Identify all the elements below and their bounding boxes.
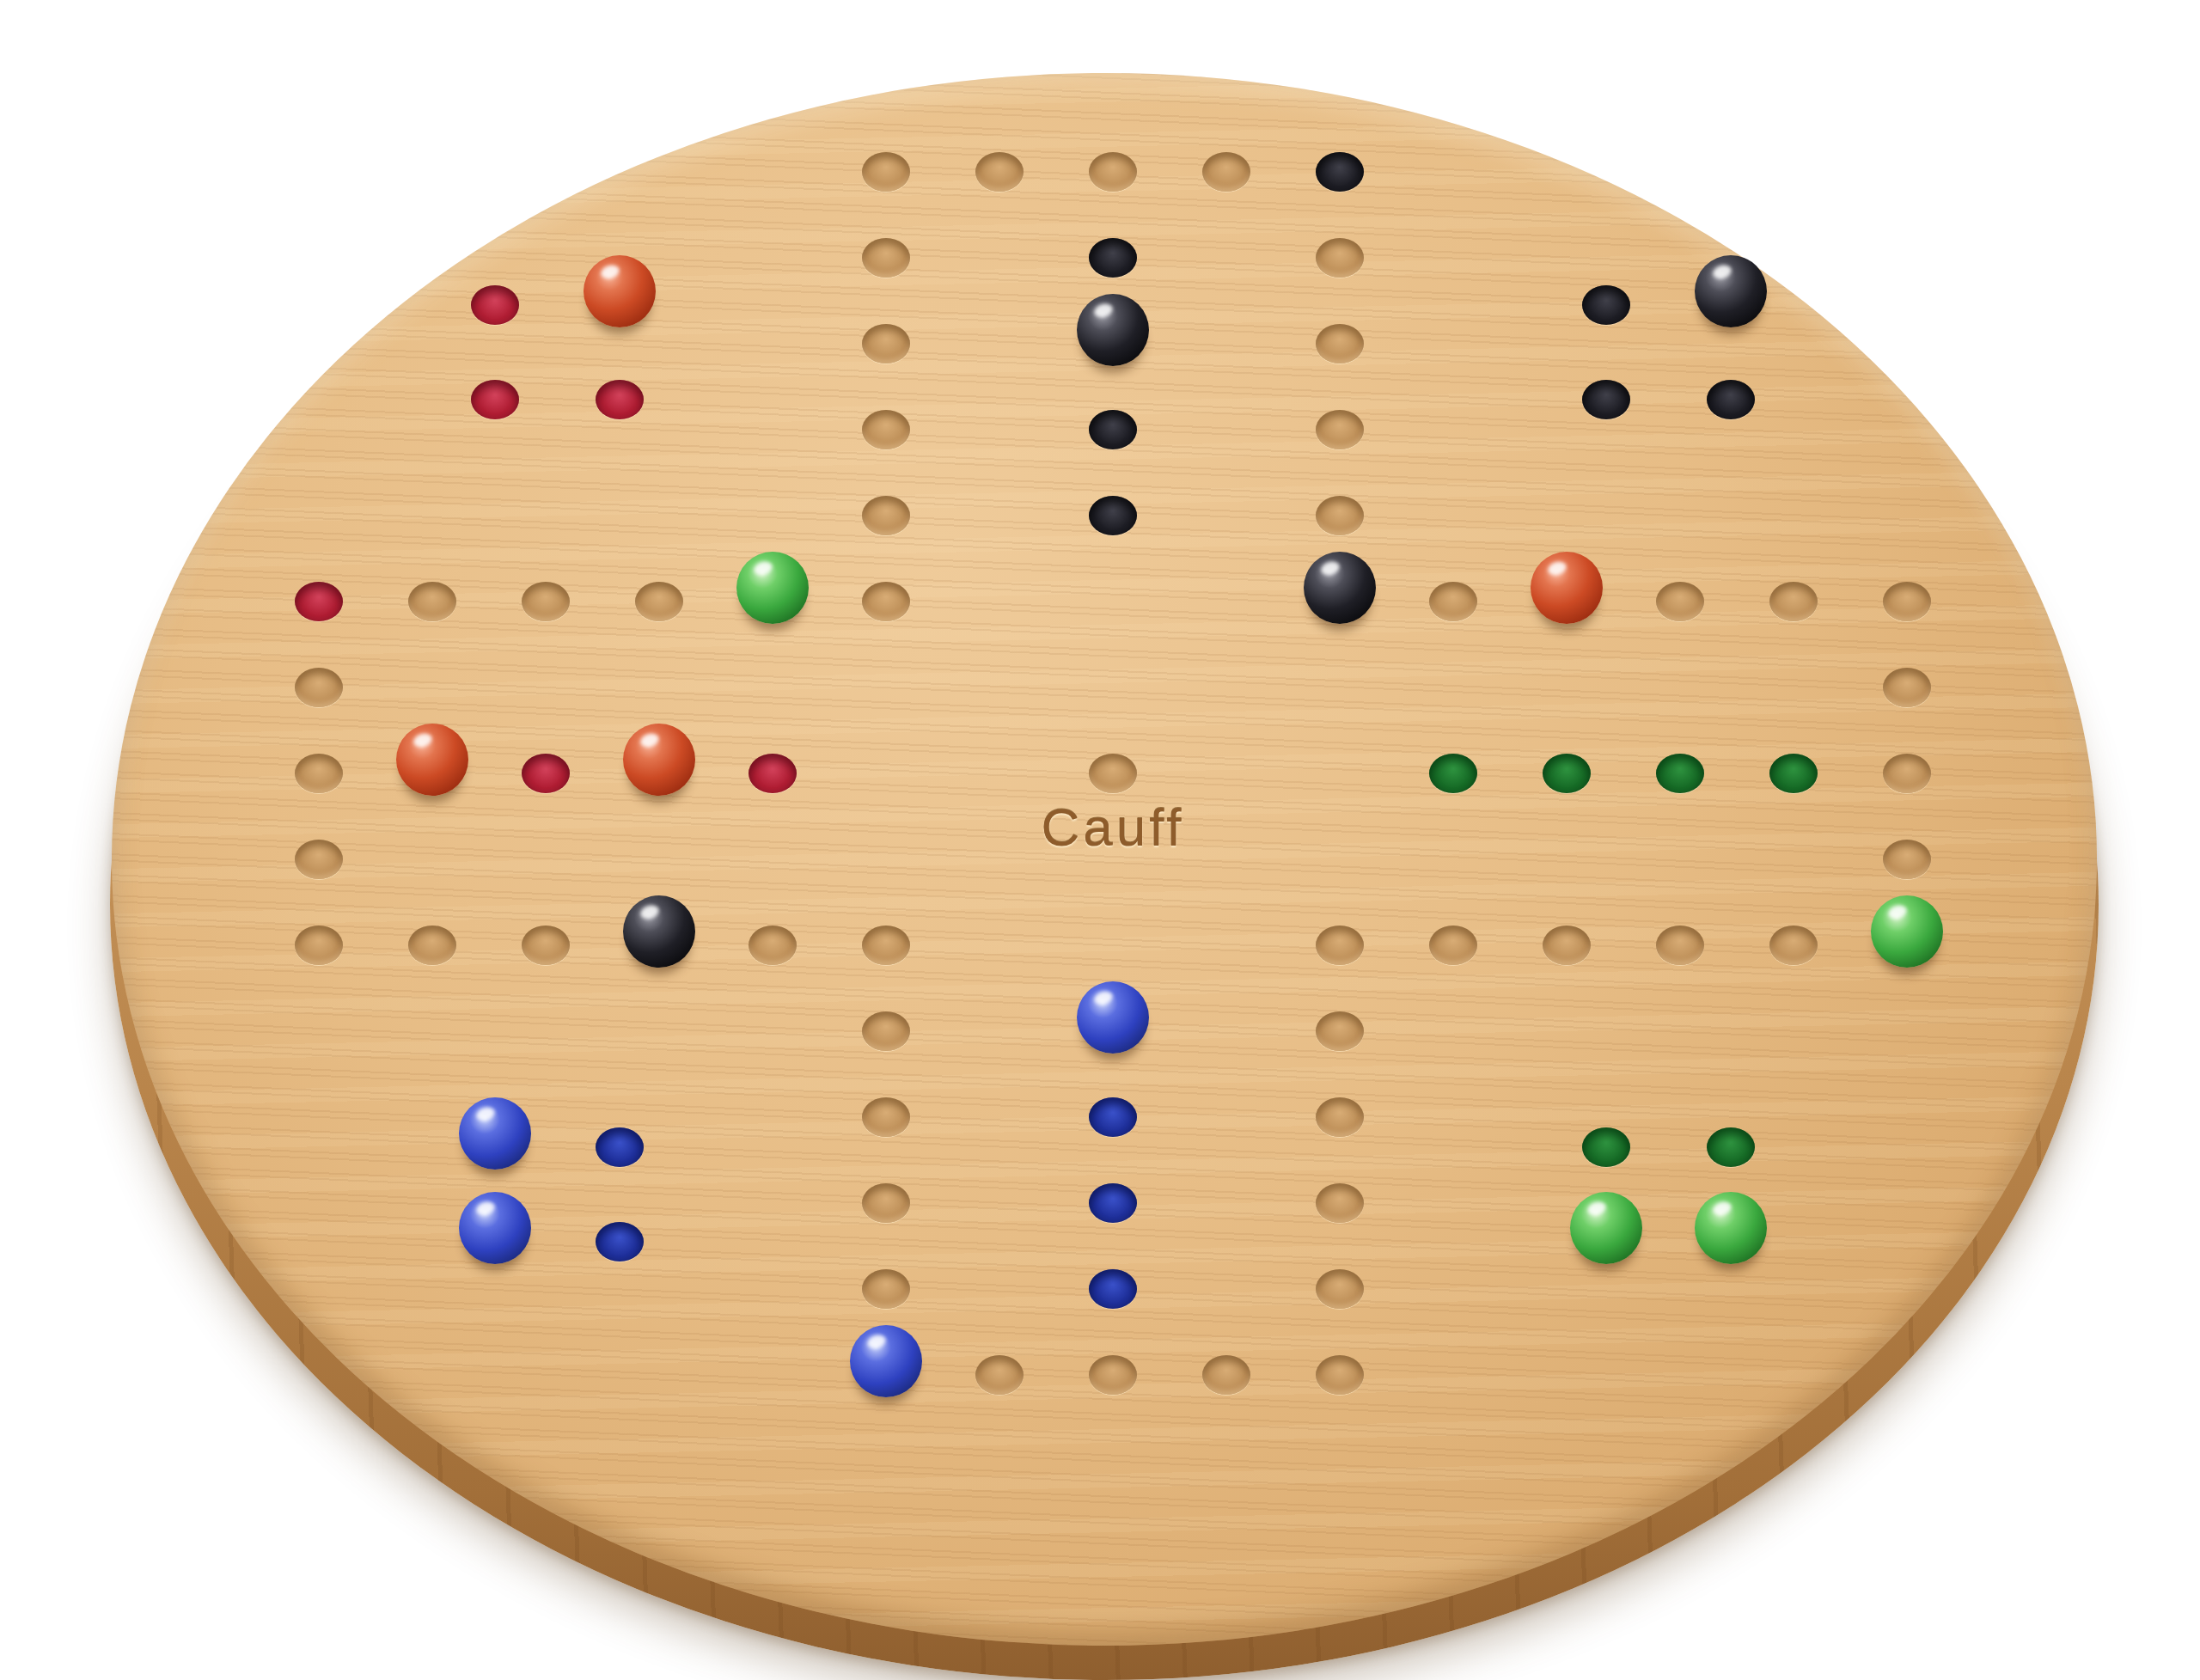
track-e-bottom-row-hole(3,2)[interactable] bbox=[1429, 926, 1477, 965]
green-marble[interactable] bbox=[1871, 895, 1943, 968]
track-e-arc-hole(7,0)[interactable] bbox=[1883, 754, 1931, 793]
start-black-hole(4.35,-4.35)-painted-black[interactable] bbox=[1582, 380, 1630, 419]
track-e-bottom-row-hole(4,2)[interactable] bbox=[1543, 926, 1591, 965]
home-blue-hole(0,5)-painted-blue[interactable] bbox=[1089, 1183, 1137, 1223]
track-inner-corner-sw-hole(-2,2)[interactable] bbox=[862, 926, 910, 965]
track-e-bottom-row-hole(6,2)[interactable] bbox=[1769, 926, 1818, 965]
blue-marble[interactable] bbox=[459, 1097, 531, 1170]
track-e-top-row-hole(5,-2)[interactable] bbox=[1656, 582, 1704, 621]
track-n-arc-hole(0,-7)[interactable] bbox=[1089, 152, 1137, 192]
track-w-top-row-hole(-4,-2)[interactable] bbox=[635, 582, 683, 621]
center-hole(0,0)[interactable] bbox=[1089, 754, 1137, 793]
home-black-hole(0,-4)-painted-black[interactable] bbox=[1089, 410, 1137, 449]
track-e-top-row-hole(3,-2)[interactable] bbox=[1429, 582, 1477, 621]
green-marble[interactable] bbox=[736, 552, 809, 624]
track-s-right-leg-hole(2,3)[interactable] bbox=[1316, 1011, 1364, 1051]
track-s-left-leg-hole(-2,5)[interactable] bbox=[862, 1183, 910, 1223]
track-w-top-row-hole(-6,-2)[interactable] bbox=[408, 582, 456, 621]
track-s-arc-hole(2,7)[interactable] bbox=[1316, 1355, 1364, 1395]
track-s-left-leg-hole(-2,4)[interactable] bbox=[862, 1097, 910, 1137]
track-n-left-leg-hole(-2,-4)[interactable] bbox=[862, 410, 910, 449]
start-black-hole(5.45,-4.35)-painted-black[interactable] bbox=[1707, 380, 1755, 419]
track-w-bottom-row-hole(-5,2)[interactable] bbox=[522, 926, 570, 965]
home-green-hole(6,0)-painted-green[interactable] bbox=[1769, 754, 1818, 793]
track-w-arc-hole(-7,1)[interactable] bbox=[295, 840, 343, 879]
start-green-hole(4.35,4.35)-painted-green[interactable] bbox=[1582, 1127, 1630, 1167]
track-s-right-leg-hole(2,6)[interactable] bbox=[1316, 1269, 1364, 1309]
start-red-hole(-4.35,-4.35)-painted-red[interactable] bbox=[596, 380, 644, 419]
track-e-arc-hole(7,-2)[interactable] bbox=[1883, 582, 1931, 621]
black-marble[interactable] bbox=[1304, 552, 1376, 624]
brand-engraving: Cauff bbox=[1041, 797, 1184, 858]
blue-marble[interactable] bbox=[850, 1325, 922, 1397]
home-black-hole(0,-6)-painted-black[interactable] bbox=[1089, 238, 1137, 278]
green-marble[interactable] bbox=[1570, 1192, 1642, 1264]
track-w-arc-hole(-7,-1)[interactable] bbox=[295, 668, 343, 707]
track-n-left-leg-hole(-2,-5)[interactable] bbox=[862, 324, 910, 363]
track-w-bottom-row-hole(-6,2)[interactable] bbox=[408, 926, 456, 965]
track-s-arc-hole(0,7)[interactable] bbox=[1089, 1355, 1137, 1395]
start-blue-hole(-4.35,5.45)-painted-blue[interactable] bbox=[596, 1222, 644, 1262]
start-blue-hole(-4.35,4.35)-painted-blue[interactable] bbox=[596, 1127, 644, 1167]
track-s-arc-hole(1,7)[interactable] bbox=[1202, 1355, 1250, 1395]
home-red-hole(-5,0)-painted-red[interactable] bbox=[522, 754, 570, 793]
track-w-arc-hole(-7,0)[interactable] bbox=[295, 754, 343, 793]
start-red-hole(-5.45,-4.35)-painted-red[interactable] bbox=[471, 380, 519, 419]
blue-marble[interactable] bbox=[1077, 981, 1149, 1054]
start-black-hole(4.35,-5.45)-painted-black[interactable] bbox=[1582, 285, 1630, 325]
track-w-arc-hole(-7,2)[interactable] bbox=[295, 926, 343, 965]
track-s-arc-hole(-1,7)[interactable] bbox=[975, 1355, 1024, 1395]
track-n-right-leg-hole(2,-4)[interactable] bbox=[1316, 410, 1364, 449]
track-inner-corner-se-hole(2,2)[interactable] bbox=[1316, 926, 1364, 965]
black-marble[interactable] bbox=[623, 895, 695, 968]
track-n-right-leg-hole(2,-5)[interactable] bbox=[1316, 324, 1364, 363]
board-photo: Cauff bbox=[0, 0, 2200, 1680]
track-s-left-leg-hole(-2,3)[interactable] bbox=[862, 1011, 910, 1051]
track-n-right-leg-hole(2,-6)[interactable] bbox=[1316, 238, 1364, 278]
red-marble[interactable] bbox=[623, 724, 695, 796]
home-green-hole(4,0)-painted-green[interactable] bbox=[1543, 754, 1591, 793]
home-blue-hole(0,4)-painted-blue[interactable] bbox=[1089, 1097, 1137, 1137]
track-n-arc-hole(-1,-7)[interactable] bbox=[975, 152, 1024, 192]
black-marble[interactable] bbox=[1695, 255, 1767, 327]
start-red-hole(-5.45,-5.45)-painted-red[interactable] bbox=[471, 285, 519, 325]
track-e-bottom-row-hole(5,2)[interactable] bbox=[1656, 926, 1704, 965]
track-e-arc-hole(7,1)[interactable] bbox=[1883, 840, 1931, 879]
track-n-left-leg-hole(-2,-6)[interactable] bbox=[862, 238, 910, 278]
home-green-hole(3,0)-painted-green[interactable] bbox=[1429, 754, 1477, 793]
track-w-bottom-row-hole(-3,2)[interactable] bbox=[749, 926, 797, 965]
track-w-top-row-hole(-5,-2)[interactable] bbox=[522, 582, 570, 621]
red-marble[interactable] bbox=[1531, 552, 1603, 624]
track-inner-corner-nw-hole(-2,-2)[interactable] bbox=[862, 582, 910, 621]
black-marble[interactable] bbox=[1077, 294, 1149, 366]
home-red-hole(-3,0)-painted-red[interactable] bbox=[749, 754, 797, 793]
track-n-right-leg-hole(2,-3)[interactable] bbox=[1316, 496, 1364, 535]
track-s-right-leg-hole(2,4)[interactable] bbox=[1316, 1097, 1364, 1137]
track-e-arc-hole(7,-1)[interactable] bbox=[1883, 668, 1931, 707]
green-marble[interactable] bbox=[1695, 1192, 1767, 1264]
red-marble[interactable] bbox=[396, 724, 468, 796]
track-n-arc-hole(-2,-7)[interactable] bbox=[862, 152, 910, 192]
home-green-hole(5,0)-painted-green[interactable] bbox=[1656, 754, 1704, 793]
track-s-right-leg-hole(2,5)[interactable] bbox=[1316, 1183, 1364, 1223]
track-n-arc-black-exit-hole(2,-7)-painted-black[interactable] bbox=[1316, 152, 1364, 192]
track-s-left-leg-hole(-2,6)[interactable] bbox=[862, 1269, 910, 1309]
track-w-arc-red-exit-hole(-7,-2)-painted-red[interactable] bbox=[295, 582, 343, 621]
blue-marble[interactable] bbox=[459, 1192, 531, 1264]
track-e-top-row-hole(6,-2)[interactable] bbox=[1769, 582, 1818, 621]
track-n-left-leg-hole(-2,-3)[interactable] bbox=[862, 496, 910, 535]
start-green-hole(5.45,4.35)-painted-green[interactable] bbox=[1707, 1127, 1755, 1167]
home-blue-hole(0,6)-painted-blue[interactable] bbox=[1089, 1269, 1137, 1309]
red-marble[interactable] bbox=[584, 255, 656, 327]
home-black-hole(0,-3)-painted-black[interactable] bbox=[1089, 496, 1137, 535]
track-n-arc-hole(1,-7)[interactable] bbox=[1202, 152, 1250, 192]
